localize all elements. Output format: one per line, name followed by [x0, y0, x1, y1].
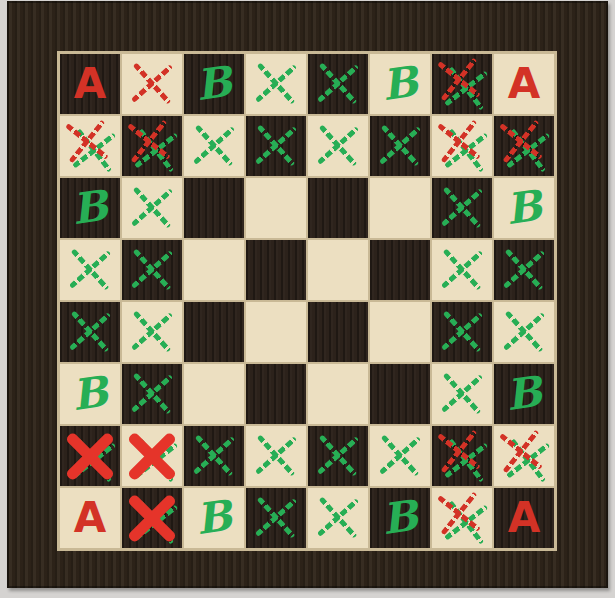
square-r2c3[interactable] — [184, 116, 244, 176]
square-r2c5[interactable] — [308, 116, 368, 176]
mark-letter-b-green: B — [490, 174, 558, 242]
square-r6c1[interactable]: B — [60, 364, 120, 424]
square-r1c4[interactable] — [246, 54, 306, 114]
mark-letter-a-red: A — [60, 54, 120, 114]
square-r3c1[interactable]: B — [60, 178, 120, 238]
mark-letter-b-green: B — [366, 50, 434, 118]
board-border: ABBABBBBABBA — [57, 51, 557, 551]
square-r1c3[interactable]: B — [184, 54, 244, 114]
square-r7c8[interactable] — [494, 426, 554, 486]
square-r7c4[interactable] — [246, 426, 306, 486]
square-r5c3[interactable] — [184, 302, 244, 362]
board-photo: ABBABBBBABBA — [0, 0, 615, 598]
square-r8c1[interactable]: A — [60, 488, 120, 548]
square-r1c8[interactable]: A — [494, 54, 554, 114]
square-r6c8[interactable]: B — [494, 364, 554, 424]
square-r6c3[interactable] — [184, 364, 244, 424]
square-r7c1[interactable] — [60, 426, 120, 486]
square-r6c6[interactable] — [370, 364, 430, 424]
square-r6c5[interactable] — [308, 364, 368, 424]
mark-letter-b-green: B — [56, 360, 124, 428]
square-r1c6[interactable]: B — [370, 54, 430, 114]
mark-letter-a-red: A — [494, 54, 554, 114]
square-r8c6[interactable]: B — [370, 488, 430, 548]
square-r5c1[interactable] — [60, 302, 120, 362]
square-r4c2[interactable] — [122, 240, 182, 300]
square-r4c7[interactable] — [432, 240, 492, 300]
square-r8c3[interactable]: B — [184, 488, 244, 548]
square-r2c6[interactable] — [370, 116, 430, 176]
square-r7c2[interactable] — [122, 426, 182, 486]
square-r3c7[interactable] — [432, 178, 492, 238]
square-r3c5[interactable] — [308, 178, 368, 238]
mark-letter-a-red: A — [60, 488, 120, 548]
mark-letter-b-green: B — [180, 484, 248, 552]
square-r4c8[interactable] — [494, 240, 554, 300]
square-r2c2[interactable] — [122, 116, 182, 176]
square-r5c4[interactable] — [246, 302, 306, 362]
mark-letter-b-green: B — [180, 50, 248, 118]
square-r1c2[interactable] — [122, 54, 182, 114]
square-r1c1[interactable]: A — [60, 54, 120, 114]
square-r3c2[interactable] — [122, 178, 182, 238]
square-r6c4[interactable] — [246, 364, 306, 424]
square-r4c5[interactable] — [308, 240, 368, 300]
square-r8c5[interactable] — [308, 488, 368, 548]
square-r3c4[interactable] — [246, 178, 306, 238]
square-r7c5[interactable] — [308, 426, 368, 486]
square-r6c7[interactable] — [432, 364, 492, 424]
square-r4c1[interactable] — [60, 240, 120, 300]
square-r4c4[interactable] — [246, 240, 306, 300]
mark-letter-b-green: B — [56, 174, 124, 242]
square-r6c2[interactable] — [122, 364, 182, 424]
mark-letter-b-green: B — [490, 360, 558, 428]
square-r8c8[interactable]: A — [494, 488, 554, 548]
square-r8c2[interactable] — [122, 488, 182, 548]
board: ABBABBBBABBA — [60, 54, 554, 548]
board-frame: ABBABBBBABBA — [7, 1, 608, 588]
square-r1c7[interactable] — [432, 54, 492, 114]
mark-letter-a-red: A — [494, 488, 554, 548]
square-r2c1[interactable] — [60, 116, 120, 176]
square-r5c2[interactable] — [122, 302, 182, 362]
square-r3c8[interactable]: B — [494, 178, 554, 238]
square-r1c5[interactable] — [308, 54, 368, 114]
square-r2c8[interactable] — [494, 116, 554, 176]
square-r3c3[interactable] — [184, 178, 244, 238]
square-r7c3[interactable] — [184, 426, 244, 486]
square-r4c3[interactable] — [184, 240, 244, 300]
square-r8c4[interactable] — [246, 488, 306, 548]
square-r5c8[interactable] — [494, 302, 554, 362]
square-r4c6[interactable] — [370, 240, 430, 300]
square-r7c7[interactable] — [432, 426, 492, 486]
square-r7c6[interactable] — [370, 426, 430, 486]
square-r3c6[interactable] — [370, 178, 430, 238]
square-r8c7[interactable] — [432, 488, 492, 548]
square-r2c7[interactable] — [432, 116, 492, 176]
square-r5c5[interactable] — [308, 302, 368, 362]
square-r5c6[interactable] — [370, 302, 430, 362]
square-r2c4[interactable] — [246, 116, 306, 176]
mark-letter-b-green: B — [366, 484, 434, 552]
square-r5c7[interactable] — [432, 302, 492, 362]
